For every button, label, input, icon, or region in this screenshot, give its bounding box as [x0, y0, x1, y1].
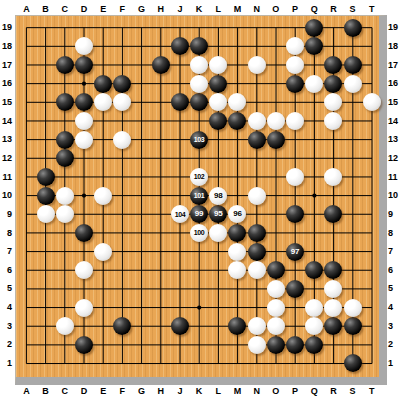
column-label: S [343, 385, 362, 399]
row-label: 14 [0, 112, 14, 131]
row-label: 15 [388, 93, 400, 112]
black-stone-Q2 [305, 336, 323, 354]
white-stone-P14 [286, 112, 304, 130]
black-stone-P16 [286, 75, 304, 93]
white-stone-L10: 98 [209, 187, 227, 205]
column-label: B [36, 385, 55, 399]
column-label: G [132, 385, 151, 399]
row-label: 6 [0, 261, 14, 280]
black-stone-K13: 103 [190, 131, 208, 149]
black-stone-N13 [248, 131, 266, 149]
column-label: N [247, 385, 266, 399]
row-label: 9 [388, 205, 400, 224]
row-label: 9 [0, 205, 14, 224]
row-label: 5 [388, 279, 400, 298]
black-stone-M8 [228, 224, 246, 242]
white-stone-L17 [209, 56, 227, 74]
column-label: O [266, 385, 285, 399]
black-stone-J3 [171, 317, 189, 335]
black-stone-S3 [344, 317, 362, 335]
black-stone-N7 [248, 243, 266, 261]
white-stone-Q4 [305, 299, 323, 317]
row-label: 4 [0, 298, 14, 317]
white-stone-O14 [267, 112, 285, 130]
black-stone-F16 [113, 75, 131, 93]
move-number-label: 101 [194, 192, 204, 199]
black-stone-R17 [324, 56, 342, 74]
row-label: 16 [388, 74, 400, 93]
white-stone-C3 [56, 317, 74, 335]
white-stone-T15 [363, 93, 381, 111]
white-stone-M6 [228, 261, 246, 279]
row-label: 1 [0, 354, 14, 373]
black-stone-P9 [286, 205, 304, 223]
column-label: C [55, 385, 74, 399]
black-stone-B10 [37, 187, 55, 205]
black-stone-N8 [248, 224, 266, 242]
white-stone-N14 [248, 112, 266, 130]
black-stone-C17 [56, 56, 74, 74]
black-stone-J18 [171, 37, 189, 55]
row-label: 6 [388, 261, 400, 280]
row-label: 14 [388, 112, 400, 131]
black-stone-R3 [324, 317, 342, 335]
black-stone-Q18 [305, 37, 323, 55]
right-coordinates: 19181716151413121110987654321 [388, 18, 400, 373]
row-label: 19 [388, 18, 400, 37]
white-stone-N17 [248, 56, 266, 74]
move-number-label: 96 [233, 210, 242, 218]
black-stone-R16 [324, 75, 342, 93]
black-stone-C13 [56, 131, 74, 149]
row-label: 3 [0, 317, 14, 336]
row-label: 10 [0, 186, 14, 205]
white-stone-E10 [94, 187, 112, 205]
row-label: 17 [388, 56, 400, 75]
move-number-label: 99 [195, 210, 204, 218]
white-stone-R11 [324, 168, 342, 186]
white-stone-D13 [75, 131, 93, 149]
black-stone-S19 [344, 19, 362, 37]
black-stone-H17 [152, 56, 170, 74]
white-stone-R15 [324, 93, 342, 111]
white-stone-K8: 100 [190, 224, 208, 242]
white-stone-M15 [228, 93, 246, 111]
row-label: 7 [388, 242, 400, 261]
row-label: 13 [388, 130, 400, 149]
move-number-label: 95 [214, 210, 223, 218]
row-label: 16 [0, 74, 14, 93]
bottom-coordinates: ABCDEFGHJKLMNOPQRST [17, 385, 382, 399]
white-stone-C9 [56, 205, 74, 223]
white-stone-J9: 104 [171, 205, 189, 223]
row-label: 18 [0, 37, 14, 56]
black-stone-L16 [209, 75, 227, 93]
black-stone-O2 [267, 336, 285, 354]
row-label: 17 [0, 56, 14, 75]
black-stone-O13 [267, 131, 285, 149]
white-stone-O5 [267, 280, 285, 298]
row-label: 5 [0, 279, 14, 298]
row-label: 4 [388, 298, 400, 317]
left-coordinates: 19181716151413121110987654321 [0, 18, 14, 373]
column-label: L [209, 385, 228, 399]
white-stone-P17 [286, 56, 304, 74]
white-stone-P11 [286, 168, 304, 186]
white-stone-B9 [37, 205, 55, 223]
black-stone-S17 [344, 56, 362, 74]
white-stone-K16 [190, 75, 208, 93]
black-stone-D8 [75, 224, 93, 242]
row-label: 1 [388, 354, 400, 373]
black-stone-Q19 [305, 19, 323, 37]
black-stone-L9: 95 [209, 205, 227, 223]
row-label: 11 [0, 168, 14, 187]
white-stone-D6 [75, 261, 93, 279]
column-label: A [17, 385, 36, 399]
column-label: K [189, 385, 208, 399]
white-stone-N3 [248, 317, 266, 335]
white-stone-N6 [248, 261, 266, 279]
row-label: 11 [388, 168, 400, 187]
column-label: D [74, 385, 93, 399]
goban[interactable]: 1031019995971029810496100 [15, 15, 387, 385]
move-number-label: 100 [194, 229, 204, 236]
white-stone-L15 [209, 93, 227, 111]
row-label: 8 [0, 224, 14, 243]
white-stone-E15 [94, 93, 112, 111]
white-stone-E7 [94, 243, 112, 261]
row-label: 18 [388, 37, 400, 56]
white-stone-S16 [344, 75, 362, 93]
white-stone-S4 [344, 299, 362, 317]
move-number-label: 104 [175, 211, 185, 218]
white-stone-C10 [56, 187, 74, 205]
move-number-label: 97 [291, 248, 300, 256]
white-stone-K11: 102 [190, 168, 208, 186]
black-stone-R6 [324, 261, 342, 279]
black-stone-K15 [190, 93, 208, 111]
row-label: 13 [0, 130, 14, 149]
row-label: 8 [388, 224, 400, 243]
column-label: T [362, 385, 381, 399]
white-stone-N10 [248, 187, 266, 205]
white-stone-Q16 [305, 75, 323, 93]
white-stone-K17 [190, 56, 208, 74]
row-label: 3 [388, 317, 400, 336]
white-stone-R4 [324, 299, 342, 317]
black-stone-L14 [209, 112, 227, 130]
row-label: 2 [0, 335, 14, 354]
black-stone-K18 [190, 37, 208, 55]
white-stone-R5 [324, 280, 342, 298]
go-diagram-page: ABCDEFGHJKLMNOPQRST ABCDEFGHJKLMNOPQRST … [0, 0, 400, 400]
column-label: R [324, 385, 343, 399]
black-stone-F3 [113, 317, 131, 335]
white-stone-R14 [324, 112, 342, 130]
black-stone-P2 [286, 336, 304, 354]
column-label: F [113, 385, 132, 399]
column-label: E [94, 385, 113, 399]
white-stone-F13 [113, 131, 131, 149]
move-number-label: 102 [194, 173, 204, 180]
column-label: H [151, 385, 170, 399]
black-stone-M3 [228, 317, 246, 335]
white-stone-D4 [75, 299, 93, 317]
white-stone-O4 [267, 299, 285, 317]
stones-layer: 1031019995971029810496100 [17, 18, 382, 372]
white-stone-D18 [75, 37, 93, 55]
black-stone-E16 [94, 75, 112, 93]
black-stone-D17 [75, 56, 93, 74]
row-label: 12 [0, 149, 14, 168]
black-stone-C12 [56, 149, 74, 167]
row-label: 2 [388, 335, 400, 354]
black-stone-K9: 99 [190, 205, 208, 223]
move-number-label: 103 [194, 136, 204, 143]
white-stone-O3 [267, 317, 285, 335]
black-stone-S1 [344, 354, 362, 372]
column-label: J [170, 385, 189, 399]
column-label: P [285, 385, 304, 399]
black-stone-R9 [324, 205, 342, 223]
black-stone-M14 [228, 112, 246, 130]
white-stone-M7 [228, 243, 246, 261]
column-label: Q [305, 385, 324, 399]
row-label: 15 [0, 93, 14, 112]
column-label: M [228, 385, 247, 399]
white-stone-Q3 [305, 317, 323, 335]
black-stone-P7: 97 [286, 243, 304, 261]
black-stone-Q6 [305, 261, 323, 279]
row-label: 19 [0, 18, 14, 37]
move-number-label: 98 [214, 192, 223, 200]
white-stone-D14 [75, 112, 93, 130]
white-stone-L8 [209, 224, 227, 242]
white-stone-P18 [286, 37, 304, 55]
white-stone-M9: 96 [228, 205, 246, 223]
black-stone-D15 [75, 93, 93, 111]
row-label: 7 [0, 242, 14, 261]
black-stone-P5 [286, 280, 304, 298]
black-stone-D2 [75, 336, 93, 354]
black-stone-K10: 101 [190, 187, 208, 205]
black-stone-C15 [56, 93, 74, 111]
white-stone-N2 [248, 336, 266, 354]
white-stone-F15 [113, 93, 131, 111]
black-stone-O6 [267, 261, 285, 279]
row-label: 12 [388, 149, 400, 168]
black-stone-J15 [171, 93, 189, 111]
black-stone-B11 [37, 168, 55, 186]
row-label: 10 [388, 186, 400, 205]
